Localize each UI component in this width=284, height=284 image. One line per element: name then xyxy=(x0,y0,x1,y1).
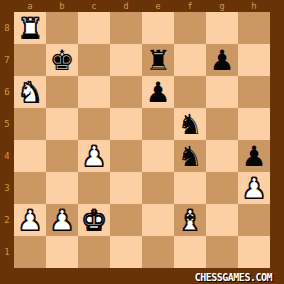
file-label-d: d xyxy=(110,0,142,12)
square-e1[interactable] xyxy=(142,236,174,268)
piece-black-pawn-e6[interactable]: ♟ xyxy=(142,76,174,108)
square-a1[interactable] xyxy=(14,236,46,268)
square-f8[interactable] xyxy=(174,12,206,44)
rank-label-1: 1 xyxy=(0,236,14,268)
square-h8[interactable] xyxy=(238,12,270,44)
square-c4[interactable]: ♟ xyxy=(78,140,110,172)
rank-label-3: 3 xyxy=(0,172,14,204)
square-g4[interactable] xyxy=(206,140,238,172)
square-g2[interactable] xyxy=(206,204,238,236)
square-g7[interactable]: ♟ xyxy=(206,44,238,76)
chessgames-watermark: CHESSGAMES.COM xyxy=(195,272,272,283)
rank-label-8: 8 xyxy=(0,12,14,44)
square-c3[interactable] xyxy=(78,172,110,204)
piece-white-pawn-b2[interactable]: ♟ xyxy=(46,204,78,236)
square-f5[interactable]: ♞ xyxy=(174,108,206,140)
square-h1[interactable] xyxy=(238,236,270,268)
square-e4[interactable] xyxy=(142,140,174,172)
square-d4[interactable] xyxy=(110,140,142,172)
square-g1[interactable] xyxy=(206,236,238,268)
square-b4[interactable] xyxy=(46,140,78,172)
square-f3[interactable] xyxy=(174,172,206,204)
piece-black-king-b7[interactable]: ♚ xyxy=(46,44,78,76)
square-b1[interactable] xyxy=(46,236,78,268)
file-label-a: a xyxy=(14,0,46,12)
square-a7[interactable] xyxy=(14,44,46,76)
square-c7[interactable] xyxy=(78,44,110,76)
piece-white-king-c2[interactable]: ♚ xyxy=(78,204,110,236)
square-d3[interactable] xyxy=(110,172,142,204)
square-g8[interactable] xyxy=(206,12,238,44)
square-d1[interactable] xyxy=(110,236,142,268)
square-e8[interactable] xyxy=(142,12,174,44)
piece-white-pawn-h3[interactable]: ♟ xyxy=(238,172,270,204)
square-f1[interactable] xyxy=(174,236,206,268)
square-a8[interactable]: ♜ xyxy=(14,12,46,44)
rank-label-6: 6 xyxy=(0,76,14,108)
square-f4[interactable]: ♞ xyxy=(174,140,206,172)
square-e2[interactable] xyxy=(142,204,174,236)
square-a6[interactable]: ♞ xyxy=(14,76,46,108)
square-c5[interactable] xyxy=(78,108,110,140)
file-label-h: h xyxy=(238,0,270,12)
rank-label-7: 7 xyxy=(0,44,14,76)
rank-labels: 87654321 xyxy=(0,12,14,268)
piece-white-rook-a8[interactable]: ♜ xyxy=(14,12,46,44)
piece-black-pawn-g7[interactable]: ♟ xyxy=(206,44,238,76)
square-b5[interactable] xyxy=(46,108,78,140)
chess-board: ♜♚♜♟♞♟♞♟♞♟♟♟♟♚♝ xyxy=(14,12,270,268)
piece-black-pawn-h4[interactable]: ♟ xyxy=(238,140,270,172)
piece-black-knight-f4[interactable]: ♞ xyxy=(174,140,206,172)
square-b2[interactable]: ♟ xyxy=(46,204,78,236)
piece-white-pawn-a2[interactable]: ♟ xyxy=(14,204,46,236)
square-e7[interactable]: ♜ xyxy=(142,44,174,76)
square-e3[interactable] xyxy=(142,172,174,204)
square-e5[interactable] xyxy=(142,108,174,140)
square-d7[interactable] xyxy=(110,44,142,76)
file-label-g: g xyxy=(206,0,238,12)
square-h4[interactable]: ♟ xyxy=(238,140,270,172)
square-b7[interactable]: ♚ xyxy=(46,44,78,76)
square-h7[interactable] xyxy=(238,44,270,76)
square-f7[interactable] xyxy=(174,44,206,76)
chess-diagram: abcdefgh 87654321 ♜♚♜♟♞♟♞♟♞♟♟♟♟♚♝ CHESSG… xyxy=(0,0,284,284)
square-d2[interactable] xyxy=(110,204,142,236)
file-labels: abcdefgh xyxy=(14,0,270,12)
square-d5[interactable] xyxy=(110,108,142,140)
square-b3[interactable] xyxy=(46,172,78,204)
piece-white-bishop-f2[interactable]: ♝ xyxy=(174,204,206,236)
square-c6[interactable] xyxy=(78,76,110,108)
square-h2[interactable] xyxy=(238,204,270,236)
square-g3[interactable] xyxy=(206,172,238,204)
square-h6[interactable] xyxy=(238,76,270,108)
square-h5[interactable] xyxy=(238,108,270,140)
square-c2[interactable]: ♚ xyxy=(78,204,110,236)
square-g5[interactable] xyxy=(206,108,238,140)
square-a4[interactable] xyxy=(14,140,46,172)
rank-label-4: 4 xyxy=(0,140,14,172)
piece-black-rook-e7[interactable]: ♜ xyxy=(142,44,174,76)
piece-black-knight-f5[interactable]: ♞ xyxy=(174,108,206,140)
piece-white-pawn-c4[interactable]: ♟ xyxy=(78,140,110,172)
file-label-f: f xyxy=(174,0,206,12)
square-a3[interactable] xyxy=(14,172,46,204)
file-label-c: c xyxy=(78,0,110,12)
square-d8[interactable] xyxy=(110,12,142,44)
square-f2[interactable]: ♝ xyxy=(174,204,206,236)
rank-label-2: 2 xyxy=(0,204,14,236)
square-f6[interactable] xyxy=(174,76,206,108)
square-c1[interactable] xyxy=(78,236,110,268)
piece-white-knight-a6[interactable]: ♞ xyxy=(14,76,46,108)
file-label-e: e xyxy=(142,0,174,12)
square-c8[interactable] xyxy=(78,12,110,44)
square-g6[interactable] xyxy=(206,76,238,108)
square-a2[interactable]: ♟ xyxy=(14,204,46,236)
square-e6[interactable]: ♟ xyxy=(142,76,174,108)
file-label-b: b xyxy=(46,0,78,12)
square-b6[interactable] xyxy=(46,76,78,108)
square-d6[interactable] xyxy=(110,76,142,108)
square-a5[interactable] xyxy=(14,108,46,140)
square-h3[interactable]: ♟ xyxy=(238,172,270,204)
rank-label-5: 5 xyxy=(0,108,14,140)
square-b8[interactable] xyxy=(46,12,78,44)
